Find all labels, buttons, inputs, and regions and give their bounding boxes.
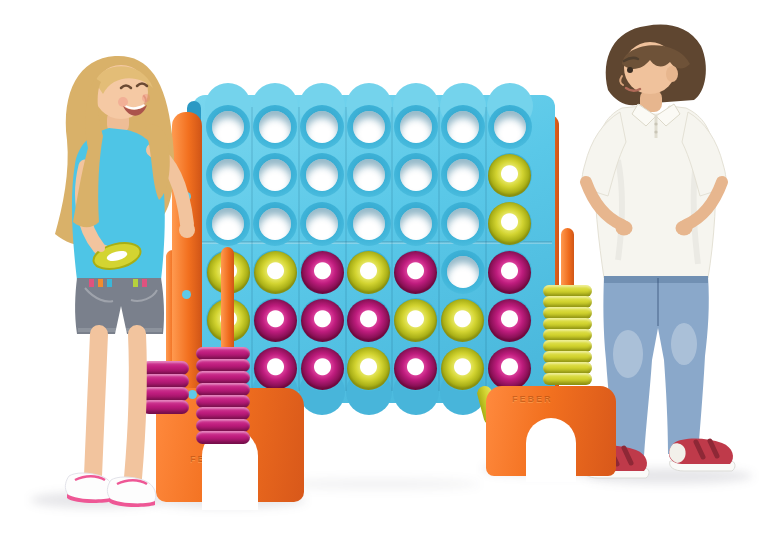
girl-leg-right [133, 334, 138, 478]
hole [488, 153, 532, 197]
magenta-ring-piece [301, 299, 344, 342]
empty-hole [306, 159, 338, 191]
hole [253, 105, 297, 149]
magenta-ring-piece [254, 299, 297, 342]
empty-hole [306, 208, 338, 240]
cell-c5-r3 [392, 200, 439, 248]
empty-hole [447, 208, 479, 240]
cell-c2-r4 [252, 248, 299, 296]
magenta-ring-piece [488, 251, 531, 294]
hole [441, 202, 485, 246]
empty-hole [259, 159, 291, 191]
cell-c7-r5 [486, 296, 533, 344]
hole [253, 347, 297, 391]
empty-hole [447, 256, 479, 288]
cell-c4-r2 [346, 151, 393, 199]
hole [253, 298, 297, 342]
belt-stitch [107, 279, 112, 287]
cell-c2-r2 [252, 151, 299, 199]
cell-c5-r4 [392, 248, 439, 296]
cell-c7-r4 [486, 248, 533, 296]
magenta-ring-piece [301, 347, 344, 390]
empty-hole [212, 159, 244, 191]
girl-player [15, 48, 210, 510]
girl-blush [142, 94, 150, 102]
hole [347, 298, 391, 342]
feber-logo-embossed: FEBER [512, 394, 553, 404]
magenta-ring-piece [347, 299, 390, 342]
scene: FEBER FEBER [0, 0, 768, 543]
hole [394, 250, 438, 294]
hole [488, 202, 532, 246]
magenta-ring-piece [394, 347, 437, 390]
hole [488, 250, 532, 294]
empty-hole [212, 208, 244, 240]
yellow-ring-piece [441, 299, 484, 342]
magenta-ring-piece [394, 251, 437, 294]
hole [394, 298, 438, 342]
hole [253, 202, 297, 246]
empty-hole [447, 159, 479, 191]
cell-c7-r1 [486, 103, 533, 151]
cell-c5-r6 [392, 345, 439, 393]
girl-shoe-left [65, 473, 113, 503]
hole [253, 153, 297, 197]
empty-hole [400, 208, 432, 240]
hole [394, 347, 438, 391]
hole [206, 202, 250, 246]
right-leg-base: FEBER [486, 386, 616, 476]
cell-c6-r4 [439, 248, 486, 296]
empty-hole [306, 111, 338, 143]
empty-hole [212, 111, 244, 143]
cell-c3-r5 [299, 296, 346, 344]
hole [394, 105, 438, 149]
hole [300, 347, 344, 391]
hole [347, 202, 391, 246]
hole [441, 250, 485, 294]
cell-c3-r2 [299, 151, 346, 199]
empty-hole [353, 208, 385, 240]
hole [488, 298, 532, 342]
cell-c4-r4 [346, 248, 393, 296]
cell-c2-r1 [252, 103, 299, 151]
girl-shorts [75, 278, 164, 334]
magenta-ring-piece [488, 347, 531, 390]
yellow-ring-piece [488, 202, 531, 245]
hole [253, 250, 297, 294]
cell-c5-r1 [392, 103, 439, 151]
hole [300, 298, 344, 342]
empty-hole [494, 111, 526, 143]
hole [441, 153, 485, 197]
cell-c1-r3 [205, 200, 252, 248]
yellow-ring-piece [394, 299, 437, 342]
yellow-ring-piece [441, 347, 484, 390]
magenta-ring-piece [488, 299, 531, 342]
empty-hole [447, 111, 479, 143]
hole [300, 105, 344, 149]
yellow-ring-piece [488, 154, 531, 197]
hole [347, 250, 391, 294]
cell-c2-r5 [252, 296, 299, 344]
cell-c7-r3 [486, 200, 533, 248]
hole [488, 105, 532, 149]
cell-c2-r6 [252, 345, 299, 393]
hole [300, 202, 344, 246]
cell-c3-r6 [299, 345, 346, 393]
board-grid [205, 103, 533, 393]
empty-hole [353, 159, 385, 191]
girl [55, 56, 195, 507]
hole [300, 153, 344, 197]
hole [347, 153, 391, 197]
belt-stitch [89, 279, 94, 287]
girl-left-hand [179, 222, 195, 238]
cell-c2-r3 [252, 200, 299, 248]
yellow-ring-piece [254, 251, 297, 294]
cell-c4-r3 [346, 200, 393, 248]
hole [347, 347, 391, 391]
magenta-ring-piece [301, 251, 344, 294]
girl-blush [118, 97, 128, 107]
empty-hole [259, 208, 291, 240]
hole [441, 105, 485, 149]
cell-c3-r4 [299, 248, 346, 296]
belt-stitch [133, 279, 138, 287]
spare-yellow-ring [543, 373, 592, 385]
yellow-ring-piece [347, 251, 390, 294]
cell-c6-r1 [439, 103, 486, 151]
hole [206, 153, 250, 197]
cell-c3-r1 [299, 103, 346, 151]
cell-c6-r3 [439, 200, 486, 248]
hole [488, 347, 532, 391]
cell-c6-r6 [439, 345, 486, 393]
girl-thumb [97, 244, 105, 252]
hole [300, 250, 344, 294]
empty-hole [259, 111, 291, 143]
hole [206, 105, 250, 149]
hole [347, 105, 391, 149]
hole [394, 202, 438, 246]
hole [441, 347, 485, 391]
hole [441, 298, 485, 342]
cell-c6-r5 [439, 296, 486, 344]
cell-c1-r2 [205, 151, 252, 199]
empty-hole [400, 159, 432, 191]
empty-hole [353, 111, 385, 143]
empty-hole [400, 111, 432, 143]
cell-c1-r1 [205, 103, 252, 151]
girl-shoe-right [107, 477, 155, 507]
girl-leg-left [93, 334, 99, 476]
cell-c4-r5 [346, 296, 393, 344]
cell-c7-r2 [486, 151, 533, 199]
cell-c5-r5 [392, 296, 439, 344]
magenta-ring-piece [254, 347, 297, 390]
cell-c4-r6 [346, 345, 393, 393]
cell-c6-r2 [439, 151, 486, 199]
yellow-ring-stack [543, 286, 592, 385]
belt-stitch [142, 279, 147, 287]
cell-c5-r2 [392, 151, 439, 199]
cell-c3-r3 [299, 200, 346, 248]
hole [394, 153, 438, 197]
belt-stitch [98, 279, 103, 287]
yellow-ring-piece [347, 347, 390, 390]
cell-c4-r1 [346, 103, 393, 151]
